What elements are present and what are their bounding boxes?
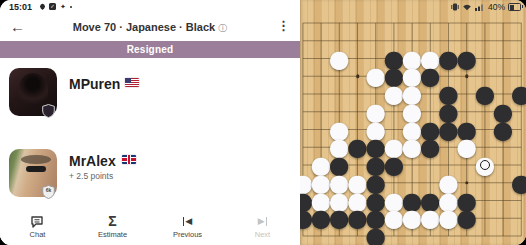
white-stone: ● [440,209,458,227]
overflow-menu-icon[interactable]: ⋮ [277,18,290,33]
white-stone: ● [385,85,403,103]
white-stone: ● [330,50,348,68]
black-stone: ● [367,227,385,245]
black-stone: ● [349,138,367,156]
avatar-art [21,155,51,164]
info-icon[interactable]: ⓘ [218,23,227,33]
next-label: Next [255,230,270,239]
wifi-icon [462,3,472,11]
black-stone: ● [458,209,476,227]
app-screen: ← Move 70 · Japanese · Black ⓘ ⋮ Resigne… [0,0,526,245]
black-stone: ● [440,121,458,139]
signal-icon [475,3,485,11]
estimate-button[interactable]: Σ Estimate [75,209,150,245]
previous-icon: ◀ [183,215,192,228]
black-stone: ● [330,209,348,227]
title-text: Move 70 · Japanese · Black [73,21,215,33]
chat-label: Chat [30,230,46,239]
rank-badge [42,104,55,118]
white-stone: ● [476,156,494,174]
black-stone: ● [349,209,367,227]
notification-icons: ✓ ✦ [40,3,72,10]
previous-label: Previous [173,230,202,239]
black-stone: ● [421,138,439,156]
battery-percent: 40% [488,2,505,12]
rank-badge-text: 6k [42,187,55,193]
left-panel: ← Move 70 · Japanese · Black ⓘ ⋮ Resigne… [0,0,300,245]
score-points: + 2.5 points [69,171,113,181]
next-icon: ▶ [258,215,267,228]
rank-badge: 6k [42,185,55,199]
page-title: Move 70 · Japanese · Black ⓘ [40,21,260,35]
black-stone: ● [476,85,494,103]
star-point [356,75,360,79]
white-stone: ● [367,67,385,85]
black-stone: ● [421,67,439,85]
previous-button[interactable]: ◀ Previous [150,209,225,245]
star-point [465,75,469,79]
clock-time: 15:01 [9,2,32,12]
system-icons: 40% [451,2,521,12]
gb-flag-icon [122,155,136,164]
back-button[interactable]: ← [10,18,25,36]
white-stone: ● [385,209,403,227]
black-stone: ● [512,85,526,103]
checkbox-icon: ✓ [49,3,56,10]
black-stone: ● [512,174,526,192]
black-stone: ● [494,121,512,139]
chat-button[interactable]: Chat [0,209,75,245]
avatar-art [18,73,48,107]
white-stone: ● [403,138,421,156]
black-stone: ● [440,50,458,68]
black-stone: ● [458,50,476,68]
go-board[interactable]: ●●●●●●●●●●●●●●●●●●●●●●●●●●●●●●●●●●●●●●●●… [300,0,526,245]
estimate-label: Estimate [98,230,127,239]
battery-icon [508,3,521,11]
next-button[interactable]: ▶ Next [225,209,300,245]
sunglasses-art [26,166,46,172]
status-bar: 15:01 ✓ ✦ 40% [0,0,526,15]
shield-icon [42,104,55,118]
white-stone: ● [458,138,476,156]
vibrate-icon [451,3,459,11]
player-name: MPuren [69,76,120,92]
bottom-toolbar: Chat Σ Estimate ◀ Previous ▶ Next [0,209,300,245]
black-stone: ● [385,156,403,174]
dot-icon [70,6,72,8]
black-stone: ● [312,209,330,227]
chat-icon [31,215,45,228]
white-stone: ● [421,209,439,227]
game-header: ← Move 70 · Japanese · Black ⓘ ⋮ [0,15,300,41]
player-row-white[interactable]: 6k MrAlex + 2.5 points [0,145,300,201]
us-flag-icon [125,78,139,87]
result-banner: Resigned [0,41,300,58]
estimate-icon: Σ [108,215,116,228]
player-row-black[interactable]: MPuren [0,64,300,120]
player-name: MrAlex [69,153,116,169]
app-notification-icon: ✦ [60,3,66,10]
white-stone: ● [403,209,421,227]
star-point [465,181,469,185]
last-move-marker [480,160,490,170]
location-pin-icon [39,3,46,10]
